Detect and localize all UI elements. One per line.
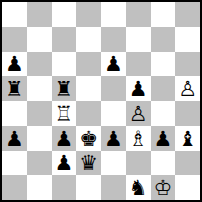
square-d1[interactable] [76,175,101,200]
square-c7[interactable] [52,27,77,52]
piece-white-rook: ♖ [54,103,73,124]
square-g8[interactable] [151,2,176,27]
square-d7[interactable] [76,27,101,52]
piece-white-pawn: ♙ [178,79,197,100]
square-e4[interactable] [101,101,126,126]
square-c8[interactable] [52,2,77,27]
square-f7[interactable] [126,27,151,52]
square-b5[interactable] [27,76,52,101]
piece-white-pawn: ♙ [129,103,148,124]
square-h6[interactable] [175,52,200,77]
square-a2[interactable] [2,151,27,176]
square-f1[interactable]: ♞ [126,175,151,200]
square-h3[interactable]: ♝ [175,126,200,151]
piece-black-pawn: ♟ [54,128,73,149]
piece-black-bishop: ♝ [178,128,197,149]
square-f4[interactable]: ♙ [126,101,151,126]
square-h4[interactable] [175,101,200,126]
square-e2[interactable] [101,151,126,176]
square-f3[interactable]: ♗ [126,126,151,151]
square-b2[interactable] [27,151,52,176]
square-b6[interactable] [27,52,52,77]
square-c5[interactable]: ♜ [52,76,77,101]
square-a5[interactable]: ♜ [2,76,27,101]
piece-black-pawn: ♟ [129,79,148,100]
square-g1[interactable]: ♔ [151,175,176,200]
square-h1[interactable] [175,175,200,200]
square-d5[interactable] [76,76,101,101]
piece-black-rook: ♜ [54,79,73,100]
piece-white-king: ♔ [153,178,172,199]
piece-white-bishop: ♗ [129,128,148,149]
square-e7[interactable] [101,27,126,52]
square-d2[interactable]: ♛ [76,151,101,176]
square-g7[interactable] [151,27,176,52]
square-e1[interactable] [101,175,126,200]
square-a3[interactable]: ♟ [2,126,27,151]
chess-board: ♟♟♜♜♟♙♖♙♟♟♚♟♗♟♝♟♛♞♔ [0,0,202,202]
square-a1[interactable] [2,175,27,200]
piece-black-pawn: ♟ [5,128,24,149]
square-h5[interactable]: ♙ [175,76,200,101]
square-f5[interactable]: ♟ [126,76,151,101]
square-g4[interactable] [151,101,176,126]
square-e5[interactable] [101,76,126,101]
square-b1[interactable] [27,175,52,200]
square-c4[interactable]: ♖ [52,101,77,126]
square-f6[interactable] [126,52,151,77]
square-b8[interactable] [27,2,52,27]
piece-black-pawn: ♟ [5,54,24,75]
piece-black-pawn: ♟ [153,128,172,149]
square-e6[interactable]: ♟ [101,52,126,77]
square-g5[interactable] [151,76,176,101]
piece-black-pawn: ♟ [104,128,123,149]
square-g3[interactable]: ♟ [151,126,176,151]
piece-black-queen: ♛ [79,153,98,174]
piece-black-king: ♚ [79,128,98,149]
square-f8[interactable] [126,2,151,27]
piece-black-rook: ♜ [5,79,24,100]
piece-black-pawn: ♟ [104,54,123,75]
square-d4[interactable] [76,101,101,126]
square-h2[interactable] [175,151,200,176]
square-a4[interactable] [2,101,27,126]
piece-black-pawn: ♟ [54,153,73,174]
square-d6[interactable] [76,52,101,77]
square-a8[interactable] [2,2,27,27]
square-h8[interactable] [175,2,200,27]
square-h7[interactable] [175,27,200,52]
square-g2[interactable] [151,151,176,176]
square-e3[interactable]: ♟ [101,126,126,151]
square-b7[interactable] [27,27,52,52]
square-e8[interactable] [101,2,126,27]
square-b4[interactable] [27,101,52,126]
square-b3[interactable] [27,126,52,151]
square-a6[interactable]: ♟ [2,52,27,77]
square-a7[interactable] [2,27,27,52]
square-c1[interactable] [52,175,77,200]
square-c2[interactable]: ♟ [52,151,77,176]
square-g6[interactable] [151,52,176,77]
square-f2[interactable] [126,151,151,176]
chess-diagram: ♟♟♜♜♟♙♖♙♟♟♚♟♗♟♝♟♛♞♔ [0,0,202,202]
square-c6[interactable] [52,52,77,77]
square-d3[interactable]: ♚ [76,126,101,151]
piece-black-knight: ♞ [129,178,148,199]
square-c3[interactable]: ♟ [52,126,77,151]
square-d8[interactable] [76,2,101,27]
